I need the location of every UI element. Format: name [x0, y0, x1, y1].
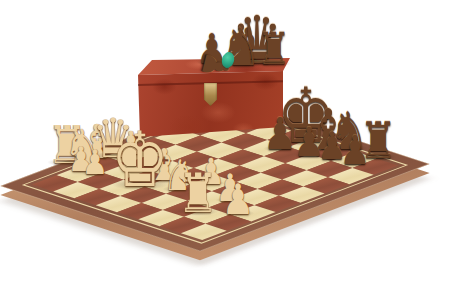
white-king: ♚ — [111, 122, 169, 198]
pieces-layer: ♜♞♝♛♟♚♝♞♜♟♟♟♟♟♟♚♟♝♟♞♟♜♟♟♞♝♛♜ — [0, 0, 450, 300]
white-pawn: ♟ — [82, 145, 108, 179]
white-pawn: ♟ — [222, 179, 254, 221]
black-rook: ♜ — [257, 27, 291, 71]
black-pawn: ♟ — [340, 130, 370, 170]
black-pawn: ♟ — [263, 112, 297, 156]
chess-set-product-photo: ♜♞♝♛♟♚♝♞♜♟♟♟♟♟♟♚♟♝♟♞♟♜♟♟♞♝♛♜ — [0, 0, 450, 300]
white-rook: ♜ — [177, 167, 218, 221]
